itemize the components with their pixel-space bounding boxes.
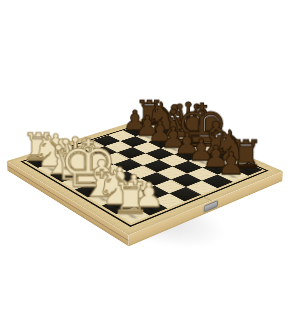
white-rook-glyph: ♜ bbox=[112, 177, 151, 220]
chess-set-product-photo: ♜♞♝♛♚♝♞♜♟♟♟♟♟♟♟♟♟♟♟♟♟♟♟♟♜♞♝♛♚♝♞♜ bbox=[0, 0, 300, 327]
black-pawn-glyph: ♟ bbox=[217, 148, 245, 179]
